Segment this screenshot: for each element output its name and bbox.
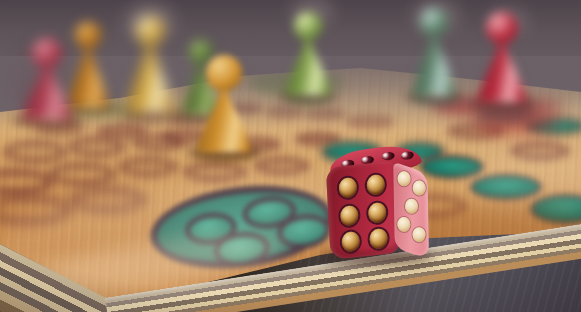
die-face-front-six — [326, 161, 401, 260]
pawn-head — [32, 38, 62, 68]
die-pip — [368, 202, 387, 224]
board-circle-outline — [255, 158, 309, 174]
board-circle-green — [473, 177, 539, 197]
pawn-red-1[interactable] — [19, 38, 75, 120]
pawn-head — [294, 12, 322, 40]
board-circle-outline — [296, 133, 340, 145]
board-circle-outline — [69, 138, 125, 156]
board-circle-green — [423, 158, 481, 176]
pawn-red-2[interactable] — [475, 12, 529, 102]
pawn-head — [75, 22, 101, 48]
die-pip — [400, 151, 414, 161]
die-pip — [413, 180, 426, 195]
pawn-yellow-1[interactable] — [125, 16, 175, 112]
die-pip — [397, 217, 410, 232]
die[interactable] — [321, 147, 433, 261]
board-circle-outline — [49, 164, 115, 185]
die-pip — [405, 199, 418, 214]
die-pip — [412, 227, 425, 242]
die-face-right-five — [393, 162, 429, 260]
pawn-head — [206, 55, 242, 91]
die-pip — [341, 231, 360, 253]
board-circle-outline — [4, 142, 66, 162]
die-pip — [397, 171, 410, 186]
die-pip — [366, 174, 385, 196]
board-circle-outline — [184, 163, 246, 181]
pawn-yellow-2[interactable] — [194, 55, 254, 152]
die-pip — [369, 228, 388, 250]
board-circle-outline — [267, 107, 303, 117]
die-pip — [338, 177, 357, 199]
pawn-head — [136, 16, 164, 44]
die-pip — [381, 151, 395, 161]
board-circle-outline — [97, 125, 147, 138]
red-paint-area — [474, 106, 558, 136]
pawn-head — [420, 8, 448, 36]
pawn-body — [410, 28, 458, 96]
board-circle-outline — [306, 109, 344, 119]
pawn-body — [19, 59, 75, 120]
board-circle-outline — [511, 143, 569, 159]
pawn-body — [475, 34, 529, 102]
board-circle-outline — [347, 116, 393, 127]
ludo-board-photo — [0, 0, 581, 312]
pawn-green-3[interactable] — [410, 8, 458, 96]
pawn-body — [283, 32, 333, 95]
pawn-body — [125, 36, 175, 112]
die-pip — [340, 205, 359, 227]
board-circle-outline — [119, 158, 177, 176]
pawn-head — [486, 12, 518, 44]
pawn-green-2[interactable] — [283, 12, 333, 95]
board-circle-outline — [70, 188, 146, 212]
